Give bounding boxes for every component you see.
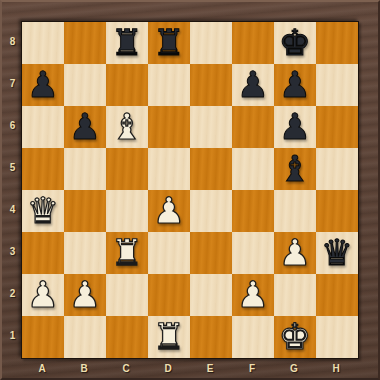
black-queen-h3[interactable]: ♛ bbox=[321, 232, 353, 274]
file-label-g: G bbox=[273, 359, 315, 379]
square-f1[interactable] bbox=[232, 316, 274, 358]
square-e7[interactable] bbox=[190, 64, 232, 106]
square-d8[interactable]: ♜ bbox=[148, 22, 190, 64]
square-f8[interactable] bbox=[232, 22, 274, 64]
square-c2[interactable] bbox=[106, 274, 148, 316]
square-e3[interactable] bbox=[190, 232, 232, 274]
file-label-d: D bbox=[147, 359, 189, 379]
square-g4[interactable] bbox=[274, 190, 316, 232]
square-g6[interactable]: ♟ bbox=[274, 106, 316, 148]
black-pawn-f7[interactable]: ♟ bbox=[237, 64, 269, 106]
square-d2[interactable] bbox=[148, 274, 190, 316]
square-h6[interactable] bbox=[316, 106, 358, 148]
square-h5[interactable] bbox=[316, 148, 358, 190]
black-king-g8[interactable]: ♚ bbox=[279, 22, 311, 64]
square-a5[interactable] bbox=[22, 148, 64, 190]
square-b4[interactable] bbox=[64, 190, 106, 232]
square-b5[interactable] bbox=[64, 148, 106, 190]
square-a1[interactable] bbox=[22, 316, 64, 358]
square-e6[interactable] bbox=[190, 106, 232, 148]
rank-label-1: 1 bbox=[5, 315, 20, 357]
square-f2[interactable]: ♟ bbox=[232, 274, 274, 316]
white-pawn-d4[interactable]: ♟ bbox=[153, 190, 185, 232]
black-rook-d8[interactable]: ♜ bbox=[153, 22, 185, 64]
square-c1[interactable] bbox=[106, 316, 148, 358]
square-b1[interactable] bbox=[64, 316, 106, 358]
rank-label-3: 3 bbox=[5, 231, 20, 273]
square-f4[interactable] bbox=[232, 190, 274, 232]
square-c4[interactable] bbox=[106, 190, 148, 232]
square-h3[interactable]: ♛ bbox=[316, 232, 358, 274]
square-c5[interactable] bbox=[106, 148, 148, 190]
square-b6[interactable]: ♟ bbox=[64, 106, 106, 148]
square-h1[interactable] bbox=[316, 316, 358, 358]
square-g1[interactable]: ♚ bbox=[274, 316, 316, 358]
square-g5[interactable]: ♝ bbox=[274, 148, 316, 190]
file-label-h: H bbox=[315, 359, 357, 379]
white-pawn-a2[interactable]: ♟ bbox=[27, 274, 59, 316]
square-e4[interactable] bbox=[190, 190, 232, 232]
black-pawn-b6[interactable]: ♟ bbox=[69, 106, 101, 148]
square-a2[interactable]: ♟ bbox=[22, 274, 64, 316]
white-queen-a4[interactable]: ♛ bbox=[27, 190, 59, 232]
black-pawn-g6[interactable]: ♟ bbox=[279, 106, 311, 148]
square-f6[interactable] bbox=[232, 106, 274, 148]
square-b8[interactable] bbox=[64, 22, 106, 64]
square-h8[interactable] bbox=[316, 22, 358, 64]
square-b2[interactable]: ♟ bbox=[64, 274, 106, 316]
square-e8[interactable] bbox=[190, 22, 232, 64]
white-pawn-g3[interactable]: ♟ bbox=[279, 232, 311, 274]
black-pawn-g7[interactable]: ♟ bbox=[279, 64, 311, 106]
square-g2[interactable] bbox=[274, 274, 316, 316]
rank-label-6: 6 bbox=[5, 105, 20, 147]
black-bishop-g5[interactable]: ♝ bbox=[279, 148, 311, 190]
square-f7[interactable]: ♟ bbox=[232, 64, 274, 106]
white-pawn-f2[interactable]: ♟ bbox=[237, 274, 269, 316]
square-a6[interactable] bbox=[22, 106, 64, 148]
square-d1[interactable]: ♜ bbox=[148, 316, 190, 358]
file-label-f: F bbox=[231, 359, 273, 379]
square-g7[interactable]: ♟ bbox=[274, 64, 316, 106]
white-king-g1[interactable]: ♚ bbox=[279, 316, 311, 358]
square-d7[interactable] bbox=[148, 64, 190, 106]
square-h7[interactable] bbox=[316, 64, 358, 106]
square-d3[interactable] bbox=[148, 232, 190, 274]
square-a3[interactable] bbox=[22, 232, 64, 274]
square-c6[interactable]: ♝ bbox=[106, 106, 148, 148]
square-a7[interactable]: ♟ bbox=[22, 64, 64, 106]
white-rook-c3[interactable]: ♜ bbox=[111, 232, 143, 274]
square-a4[interactable]: ♛ bbox=[22, 190, 64, 232]
rank-label-2: 2 bbox=[5, 273, 20, 315]
square-b3[interactable] bbox=[64, 232, 106, 274]
chess-board-frame: 87654321 ♜♜♚♟♟♟♟♝♟♝♛♟♜♟♛♟♟♟♜♚ ABCDEFGH bbox=[0, 0, 380, 380]
white-bishop-c6[interactable]: ♝ bbox=[111, 106, 143, 148]
square-g3[interactable]: ♟ bbox=[274, 232, 316, 274]
white-rook-d1[interactable]: ♜ bbox=[153, 316, 185, 358]
file-label-b: B bbox=[63, 359, 105, 379]
rank-label-8: 8 bbox=[5, 21, 20, 63]
file-labels: ABCDEFGH bbox=[21, 359, 357, 379]
white-pawn-b2[interactable]: ♟ bbox=[69, 274, 101, 316]
square-h4[interactable] bbox=[316, 190, 358, 232]
square-d5[interactable] bbox=[148, 148, 190, 190]
square-d6[interactable] bbox=[148, 106, 190, 148]
rank-labels: 87654321 bbox=[5, 21, 20, 357]
square-b7[interactable] bbox=[64, 64, 106, 106]
square-f5[interactable] bbox=[232, 148, 274, 190]
square-g8[interactable]: ♚ bbox=[274, 22, 316, 64]
square-c7[interactable] bbox=[106, 64, 148, 106]
square-c8[interactable]: ♜ bbox=[106, 22, 148, 64]
black-rook-c8[interactable]: ♜ bbox=[111, 22, 143, 64]
square-f3[interactable] bbox=[232, 232, 274, 274]
square-e2[interactable] bbox=[190, 274, 232, 316]
chess-board: ♜♜♚♟♟♟♟♝♟♝♛♟♜♟♛♟♟♟♜♚ bbox=[21, 21, 359, 359]
square-c3[interactable]: ♜ bbox=[106, 232, 148, 274]
rank-label-5: 5 bbox=[5, 147, 20, 189]
square-h2[interactable] bbox=[316, 274, 358, 316]
black-pawn-a7[interactable]: ♟ bbox=[27, 64, 59, 106]
file-label-a: A bbox=[21, 359, 63, 379]
rank-label-7: 7 bbox=[5, 63, 20, 105]
rank-label-4: 4 bbox=[5, 189, 20, 231]
file-label-e: E bbox=[189, 359, 231, 379]
file-label-c: C bbox=[105, 359, 147, 379]
square-e1[interactable] bbox=[190, 316, 232, 358]
square-e5[interactable] bbox=[190, 148, 232, 190]
square-a8[interactable] bbox=[22, 22, 64, 64]
square-d4[interactable]: ♟ bbox=[148, 190, 190, 232]
